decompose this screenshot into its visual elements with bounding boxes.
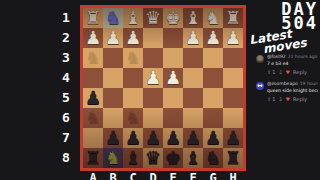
reply-button[interactable]: Reply <box>293 96 307 103</box>
square-b3[interactable] <box>103 48 123 68</box>
square-e1[interactable]: ♚ <box>163 8 183 28</box>
square-e3[interactable] <box>163 48 183 68</box>
square-e8[interactable]: ♚ <box>163 148 183 168</box>
white-pawn[interactable]: ♟ <box>143 68 163 88</box>
black-pawn[interactable]: ♟ <box>163 128 183 148</box>
square-b4[interactable] <box>103 68 123 88</box>
square-f4[interactable] <box>183 68 203 88</box>
like-count: 1 <box>272 96 275 103</box>
square-c8[interactable]: ♝ <box>123 148 143 168</box>
white-rook[interactable]: ♜ <box>83 8 103 28</box>
square-f6[interactable] <box>183 108 203 128</box>
white-king[interactable]: ♚ <box>163 8 183 28</box>
square-c6[interactable]: ♞ <box>123 108 143 128</box>
square-c3[interactable]: ♞ <box>123 48 143 68</box>
square-d7[interactable]: ♟ <box>143 128 163 148</box>
avatar[interactable] <box>256 55 264 63</box>
square-h1[interactable]: ♜ <box>223 8 243 28</box>
thumbs-up-icon[interactable]: ⇧ <box>267 69 271 76</box>
board-grid: ♜♞♝♛♚♝♞♜♟♟♟♟♟♟♞♞♟♟♟♞♞♟♟♟♟♟♟♟♜♞♝♛♚♝♞♜ <box>83 8 243 168</box>
file-labels: ABCDEFGH <box>83 171 243 180</box>
black-bishop[interactable]: ♝ <box>183 148 203 168</box>
square-h3[interactable] <box>223 48 243 68</box>
square-e7[interactable]: ♟ <box>163 128 183 148</box>
square-a7[interactable] <box>83 128 103 148</box>
square-g1[interactable]: ♞ <box>203 8 223 28</box>
white-pawn[interactable]: ♟ <box>183 28 203 48</box>
thumbs-down-icon[interactable]: ⇩ <box>278 96 282 103</box>
square-g2[interactable]: ♟ <box>203 28 223 48</box>
white-pawn[interactable]: ♟ <box>223 28 243 48</box>
black-pawn[interactable]: ♟ <box>223 128 243 148</box>
rank-label-1: 1 <box>56 8 76 28</box>
like-count: 1 <box>272 69 275 76</box>
file-label-e: E <box>163 171 183 180</box>
ghost-knight: ♞ <box>83 108 103 128</box>
black-king[interactable]: ♚ <box>163 148 183 168</box>
comment-username[interactable]: @fost92 <box>267 54 286 59</box>
white-pawn[interactable]: ♟ <box>123 28 143 48</box>
square-a1[interactable]: ♜ <box>83 8 103 28</box>
rank-label-2: 2 <box>56 28 76 48</box>
black-rook[interactable]: ♜ <box>83 148 103 168</box>
square-c4[interactable] <box>123 68 143 88</box>
square-b8[interactable]: ♞ <box>103 148 123 168</box>
file-label-b: B <box>103 171 123 180</box>
square-d8[interactable]: ♛ <box>143 148 163 168</box>
comment-2: @zoombeapo19 hours ago queen side knight… <box>256 81 318 103</box>
white-knight[interactable]: ♞ <box>103 8 123 28</box>
white-bishop[interactable]: ♝ <box>183 8 203 28</box>
square-d1[interactable]: ♛ <box>143 8 163 28</box>
square-f7[interactable]: ♟ <box>183 128 203 148</box>
latest-moves-title: Latest moves <box>249 25 320 57</box>
square-h8[interactable]: ♜ <box>223 148 243 168</box>
square-b1[interactable]: ♞ <box>103 8 123 28</box>
square-b7[interactable]: ♟ <box>103 128 123 148</box>
black-bishop[interactable]: ♝ <box>123 148 143 168</box>
square-b2[interactable]: ♟ <box>103 28 123 48</box>
rank-label-4: 4 <box>56 68 76 88</box>
creator-heart-icon[interactable]: ♥ <box>286 96 290 103</box>
square-d3[interactable] <box>143 48 163 68</box>
square-f2[interactable]: ♟ <box>183 28 203 48</box>
white-knight[interactable]: ♞ <box>203 8 223 28</box>
square-a8[interactable]: ♜ <box>83 148 103 168</box>
black-queen[interactable]: ♛ <box>143 148 163 168</box>
white-queen[interactable]: ♛ <box>143 8 163 28</box>
square-a6[interactable]: ♞ <box>83 108 103 128</box>
square-d2[interactable] <box>143 28 163 48</box>
square-a4[interactable] <box>83 68 103 88</box>
thumbs-up-icon[interactable]: ⇧ <box>267 96 271 103</box>
square-d6[interactable] <box>143 108 163 128</box>
black-pawn[interactable]: ♟ <box>203 128 223 148</box>
black-pawn[interactable]: ♟ <box>183 128 203 148</box>
black-pawn[interactable]: ♟ <box>143 128 163 148</box>
white-pawn[interactable]: ♟ <box>103 28 123 48</box>
square-c1[interactable]: ♝ <box>123 8 143 28</box>
rank-label-7: 7 <box>56 128 76 148</box>
comment-time: 19 hours ago <box>300 81 318 86</box>
comment-1: @fost9221 hours ago 7 e b3 e4 ⇧ 1 ⇩ ♥ Re… <box>256 54 318 76</box>
file-label-a: A <box>83 171 103 180</box>
file-label-f: F <box>183 171 203 180</box>
square-e6[interactable] <box>163 108 183 128</box>
file-label-d: D <box>143 171 163 180</box>
ghost-knight: ♞ <box>83 48 103 68</box>
square-a3[interactable]: ♞ <box>83 48 103 68</box>
square-e2[interactable] <box>163 28 183 48</box>
black-pawn[interactable]: ♟ <box>123 128 143 148</box>
thumbs-down-icon[interactable]: ⇩ <box>278 69 282 76</box>
rank-label-8: 8 <box>56 148 76 168</box>
square-c2[interactable]: ♟ <box>123 28 143 48</box>
black-pawn[interactable]: ♟ <box>83 88 103 108</box>
file-label-h: H <box>223 171 243 180</box>
white-pawn[interactable]: ♟ <box>203 28 223 48</box>
avatar[interactable] <box>256 82 264 90</box>
square-b5[interactable] <box>103 88 123 108</box>
square-g4[interactable] <box>203 68 223 88</box>
square-e4[interactable]: ♟ <box>163 68 183 88</box>
white-pawn[interactable]: ♟ <box>83 28 103 48</box>
reply-button[interactable]: Reply <box>293 69 307 76</box>
square-f5[interactable] <box>183 88 203 108</box>
comment-username[interactable]: @zoombeapo <box>267 81 298 86</box>
white-rook[interactable]: ♜ <box>223 8 243 28</box>
square-g5[interactable] <box>203 88 223 108</box>
ghost-knight: ♞ <box>123 108 143 128</box>
black-knight[interactable]: ♞ <box>103 148 123 168</box>
rank-label-6: 6 <box>56 108 76 128</box>
square-h2[interactable]: ♟ <box>223 28 243 48</box>
ghost-knight: ♞ <box>123 48 143 68</box>
rank-labels: 12345678 <box>56 8 76 168</box>
square-f3[interactable] <box>183 48 203 68</box>
square-a2[interactable]: ♟ <box>83 28 103 48</box>
chess-board: ♜♞♝♛♚♝♞♜♟♟♟♟♟♟♞♞♟♟♟♞♞♟♟♟♟♟♟♟♜♞♝♛♚♝♞♜ <box>80 5 246 171</box>
white-pawn[interactable]: ♟ <box>163 68 183 88</box>
square-e5[interactable] <box>163 88 183 108</box>
square-f1[interactable]: ♝ <box>183 8 203 28</box>
square-h7[interactable]: ♟ <box>223 128 243 148</box>
black-knight[interactable]: ♞ <box>203 148 223 168</box>
creator-heart-icon[interactable]: ♥ <box>286 69 290 76</box>
rank-label-5: 5 <box>56 88 76 108</box>
square-c7[interactable]: ♟ <box>123 128 143 148</box>
square-g6[interactable] <box>203 108 223 128</box>
rank-label-3: 3 <box>56 48 76 68</box>
black-rook[interactable]: ♜ <box>223 148 243 168</box>
comment-time: 21 hours ago <box>288 54 318 59</box>
square-h4[interactable] <box>223 68 243 88</box>
comment-text: queen side knight becomes tiger <box>267 88 318 94</box>
square-f8[interactable]: ♝ <box>183 148 203 168</box>
black-pawn[interactable]: ♟ <box>103 128 123 148</box>
square-g8[interactable]: ♞ <box>203 148 223 168</box>
square-a5[interactable]: ♟ <box>83 88 103 108</box>
square-h6[interactable] <box>223 108 243 128</box>
file-label-c: C <box>123 171 143 180</box>
square-c5[interactable] <box>123 88 143 108</box>
square-b6[interactable] <box>103 108 123 128</box>
white-bishop[interactable]: ♝ <box>123 8 143 28</box>
square-d5[interactable] <box>143 88 163 108</box>
square-g3[interactable] <box>203 48 223 68</box>
comment-text: 7 e b3 e4 <box>267 61 318 67</box>
square-h5[interactable] <box>223 88 243 108</box>
square-d4[interactable]: ♟ <box>143 68 163 88</box>
file-label-g: G <box>203 171 223 180</box>
square-g7[interactable]: ♟ <box>203 128 223 148</box>
